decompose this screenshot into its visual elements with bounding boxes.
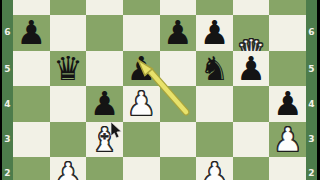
square-a4[interactable] — [13, 122, 50, 158]
square-d6[interactable]: ♟ — [123, 51, 160, 87]
piece-wb-c4[interactable]: ♝ — [86, 122, 123, 158]
square-f7[interactable]: ♟ — [196, 15, 233, 51]
square-d5[interactable]: ♟ — [123, 86, 160, 122]
rank-label-4: 4 — [4, 99, 10, 108]
square-h3[interactable] — [269, 157, 306, 180]
square-e4[interactable] — [160, 122, 197, 158]
square-e3[interactable] — [160, 157, 197, 180]
square-g5[interactable] — [233, 86, 270, 122]
rank-label-3: 3 — [308, 134, 314, 143]
piece-wp-h4[interactable]: ♟ — [269, 122, 306, 158]
piece-wp-b3[interactable]: ♟ — [50, 157, 87, 180]
square-b8[interactable] — [50, 0, 87, 15]
square-g7[interactable]: ♛ — [233, 15, 270, 51]
square-e5[interactable] — [160, 86, 197, 122]
piece-bp-d6[interactable]: ♟ — [123, 51, 160, 87]
square-d7[interactable] — [123, 15, 160, 51]
chess-board[interactable]: ♟♟♟♛♛♟♞♟♟♟♟♝♟♟♟♟♟♛♟ — [13, 0, 306, 180]
square-a8[interactable] — [13, 0, 50, 15]
piece-wp-d5[interactable]: ♟ — [123, 86, 160, 122]
square-b7[interactable] — [50, 15, 87, 51]
square-a3[interactable] — [13, 157, 50, 180]
piece-bp-a7[interactable]: ♟ — [13, 15, 50, 51]
square-c3[interactable] — [86, 157, 123, 180]
square-h6[interactable] — [269, 51, 306, 87]
piece-bp-e7[interactable]: ♟ — [160, 15, 197, 51]
square-e7[interactable]: ♟ — [160, 15, 197, 51]
piece-wp-f3[interactable]: ♟ — [196, 157, 233, 180]
square-h8[interactable] — [269, 0, 306, 15]
square-e6[interactable] — [160, 51, 197, 87]
rank-gutter-right: 765432 — [306, 0, 317, 180]
square-b6[interactable]: ♛ — [50, 51, 87, 87]
square-b5[interactable] — [50, 86, 87, 122]
rank-gutter-left: 765432 — [2, 0, 13, 180]
rank-label-6: 6 — [4, 28, 10, 37]
rank-label-3: 3 — [4, 134, 10, 143]
square-h5[interactable]: ♟ — [269, 86, 306, 122]
square-e8[interactable] — [160, 0, 197, 15]
piece-wq-g7[interactable]: ♛ — [233, 34, 270, 51]
square-f4[interactable] — [196, 122, 233, 158]
square-h4[interactable]: ♟ — [269, 122, 306, 158]
square-c4[interactable]: ♝ — [86, 122, 123, 158]
rank-label-5: 5 — [308, 64, 314, 73]
square-f3[interactable]: ♟ — [196, 157, 233, 180]
square-d3[interactable] — [123, 157, 160, 180]
square-a7[interactable]: ♟ — [13, 15, 50, 51]
rank-label-2: 2 — [308, 168, 314, 177]
rank-label-5: 5 — [4, 64, 10, 73]
rank-label-6: 6 — [308, 28, 314, 37]
square-g4[interactable] — [233, 122, 270, 158]
square-b4[interactable] — [50, 122, 87, 158]
square-d8[interactable] — [123, 0, 160, 15]
piece-bq-b6[interactable]: ♛ — [50, 51, 87, 87]
square-a5[interactable] — [13, 86, 50, 122]
square-g3[interactable] — [233, 157, 270, 180]
piece-bp-h5[interactable]: ♟ — [269, 86, 306, 122]
rank-label-2: 2 — [4, 168, 10, 177]
square-f5[interactable] — [196, 86, 233, 122]
square-b3[interactable]: ♟ — [50, 157, 87, 180]
square-f6[interactable]: ♞ — [196, 51, 233, 87]
square-d4[interactable] — [123, 122, 160, 158]
square-c7[interactable] — [86, 15, 123, 51]
piece-bp-g6[interactable]: ♟ — [233, 51, 270, 87]
square-f8[interactable] — [196, 0, 233, 15]
piece-bp-c5[interactable]: ♟ — [86, 86, 123, 122]
square-c5[interactable]: ♟ — [86, 86, 123, 122]
square-g8[interactable] — [233, 0, 270, 15]
square-g6[interactable]: ♟ — [233, 51, 270, 87]
square-c6[interactable] — [86, 51, 123, 87]
piece-bp-f7[interactable]: ♟ — [196, 15, 233, 51]
chess-video-frame: 765432 765432 ♟♟♟♛♛♟♞♟♟♟♟♝♟♟♟♟♟♛♟ — [0, 0, 320, 180]
rank-label-4: 4 — [308, 99, 314, 108]
square-h7[interactable] — [269, 15, 306, 51]
piece-bn-f6[interactable]: ♞ — [196, 51, 233, 87]
square-a6[interactable] — [13, 51, 50, 87]
square-c8[interactable] — [86, 0, 123, 15]
